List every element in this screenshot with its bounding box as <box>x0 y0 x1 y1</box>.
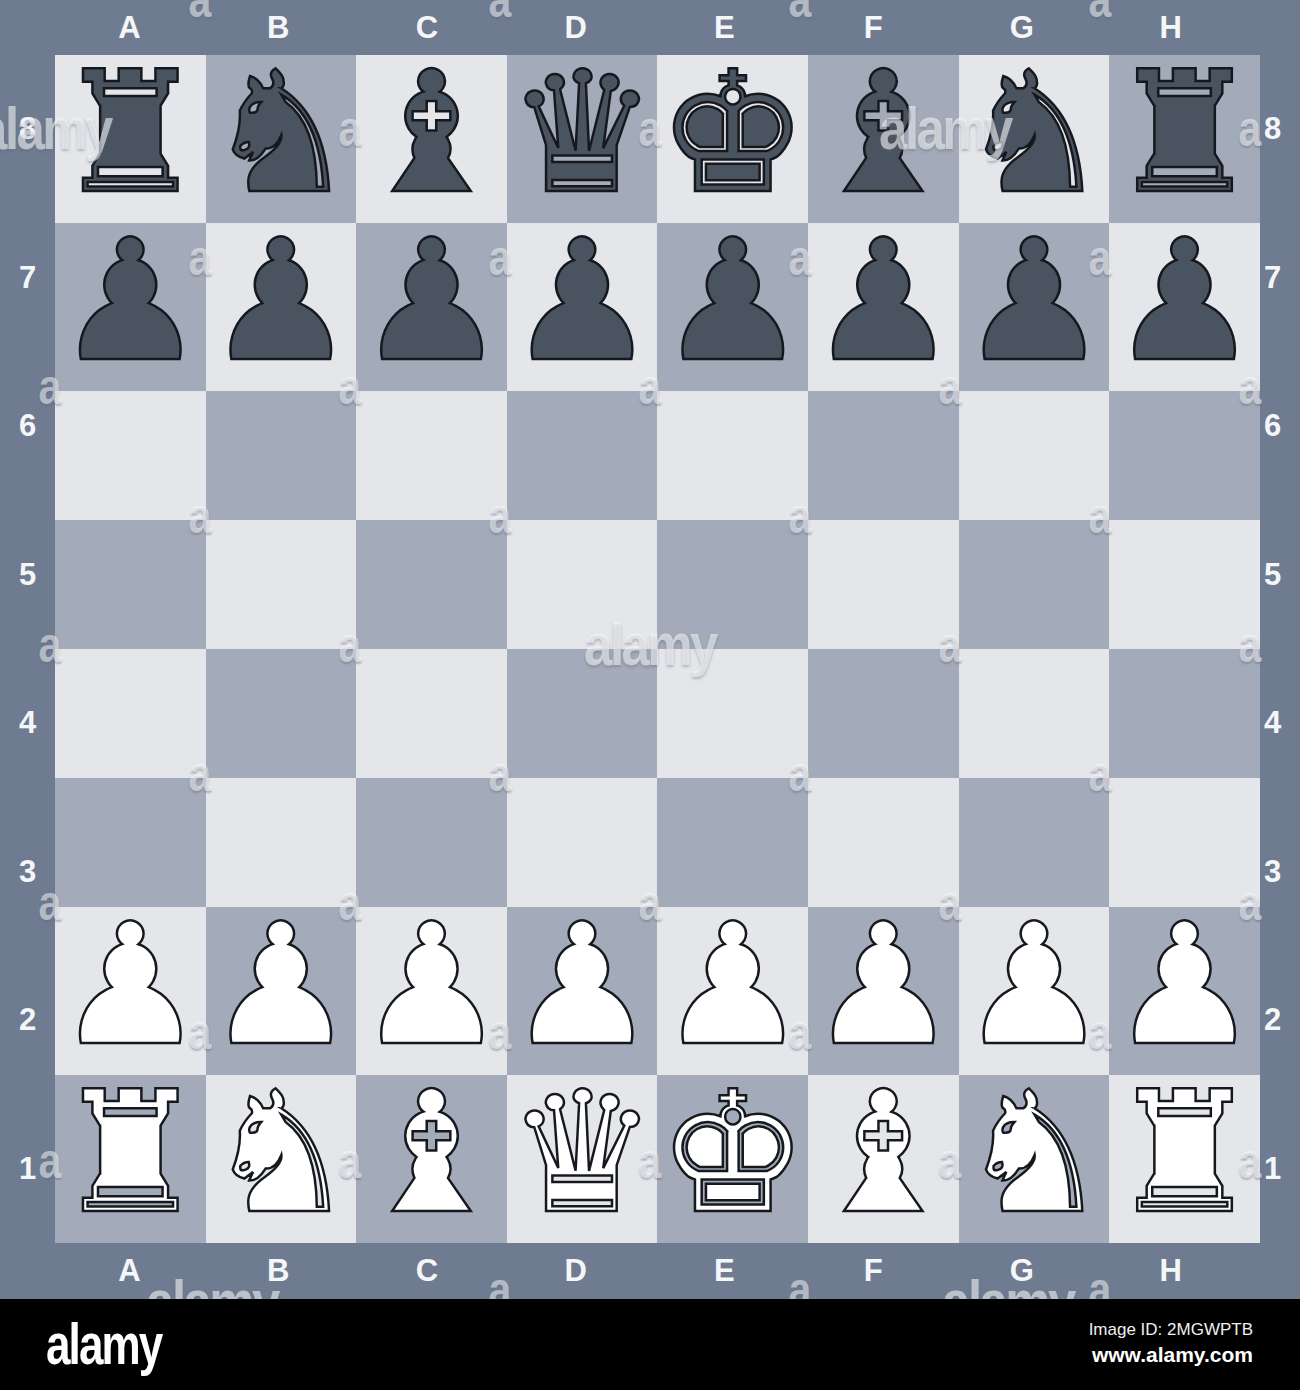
square-e2: ♟ <box>657 907 808 1075</box>
footer-bar: alamy Image ID: 2MGWPTB www.alamy.com <box>0 1299 1300 1390</box>
piece-black-pawn-g7: ♟ <box>959 217 1110 385</box>
piece-black-king-e8: ♚ <box>657 49 808 217</box>
alamy-logo: alamy <box>46 1314 161 1372</box>
square-c1: ♝ <box>356 1075 507 1243</box>
square-g7: ♟ <box>959 223 1110 391</box>
square-f4 <box>808 649 959 778</box>
square-b6 <box>206 391 357 520</box>
square-h2: ♟ <box>1109 907 1260 1075</box>
square-a8: ♜ <box>55 55 206 223</box>
piece-white-knight-b1: ♞ <box>206 1069 357 1237</box>
file-label-bottom-g: G <box>948 1243 1097 1299</box>
square-e5 <box>657 520 808 649</box>
square-f2: ♟ <box>808 907 959 1075</box>
square-g8: ♞ <box>959 55 1110 223</box>
square-c8: ♝ <box>356 55 507 223</box>
piece-black-pawn-a7: ♟ <box>55 217 206 385</box>
piece-black-pawn-c7: ♟ <box>356 217 507 385</box>
square-e6 <box>657 391 808 520</box>
square-f8: ♝ <box>808 55 959 223</box>
square-a1: ♜ <box>55 1075 206 1243</box>
file-label-bottom-f: F <box>799 1243 948 1299</box>
square-c4 <box>356 649 507 778</box>
piece-black-rook-h8: ♜ <box>1109 49 1260 217</box>
piece-white-bishop-f1: ♝ <box>808 1069 959 1237</box>
piece-black-pawn-d7: ♟ <box>507 217 658 385</box>
square-f6 <box>808 391 959 520</box>
rank-label-left-1: 1 <box>0 1095 55 1244</box>
square-b8: ♞ <box>206 55 357 223</box>
file-label-bottom-e: E <box>650 1243 799 1299</box>
piece-black-pawn-f7: ♟ <box>808 217 959 385</box>
square-e4 <box>657 649 808 778</box>
file-label-bottom-b: B <box>204 1243 353 1299</box>
piece-white-pawn-h2: ♟ <box>1109 901 1260 1069</box>
piece-white-pawn-d2: ♟ <box>507 901 658 1069</box>
square-h5 <box>1109 520 1260 649</box>
rank-labels-left: 87654321 <box>0 55 55 1243</box>
piece-white-knight-g1: ♞ <box>959 1069 1110 1237</box>
square-f7: ♟ <box>808 223 959 391</box>
square-a7: ♟ <box>55 223 206 391</box>
square-c2: ♟ <box>356 907 507 1075</box>
square-b1: ♞ <box>206 1075 357 1243</box>
square-a2: ♟ <box>55 907 206 1075</box>
file-label-bottom-c: C <box>353 1243 502 1299</box>
square-a5 <box>55 520 206 649</box>
rank-label-left-2: 2 <box>0 946 55 1095</box>
website-text: www.alamy.com <box>1089 1340 1253 1370</box>
square-h8: ♜ <box>1109 55 1260 223</box>
piece-black-queen-d8: ♛ <box>507 49 658 217</box>
square-g5 <box>959 520 1110 649</box>
chess-board-frame: ABCDEFGH ABCDEFGH 87654321 87654321 ♜♞♝♛… <box>0 0 1300 1299</box>
rank-label-left-8: 8 <box>0 55 55 204</box>
piece-white-rook-h1: ♜ <box>1109 1069 1260 1237</box>
rank-label-left-7: 7 <box>0 204 55 353</box>
image-id-text: Image ID: 2MGWPTB <box>1089 1319 1253 1340</box>
square-d7: ♟ <box>507 223 658 391</box>
square-e1: ♚ <box>657 1075 808 1243</box>
rank-label-left-4: 4 <box>0 649 55 798</box>
stock-image-chess-diagram: ABCDEFGH ABCDEFGH 87654321 87654321 ♜♞♝♛… <box>0 0 1300 1390</box>
piece-white-pawn-f2: ♟ <box>808 901 959 1069</box>
piece-white-queen-d1: ♛ <box>507 1069 658 1237</box>
piece-white-pawn-c2: ♟ <box>356 901 507 1069</box>
square-d4 <box>507 649 658 778</box>
piece-white-pawn-e2: ♟ <box>657 901 808 1069</box>
piece-black-pawn-b7: ♟ <box>206 217 357 385</box>
file-label-bottom-d: D <box>501 1243 650 1299</box>
square-b2: ♟ <box>206 907 357 1075</box>
square-b7: ♟ <box>206 223 357 391</box>
square-a4 <box>55 649 206 778</box>
square-c6 <box>356 391 507 520</box>
chess-board: ♜♞♝♛♚♝♞♜♟♟♟♟♟♟♟♟♟♟♟♟♟♟♟♟♜♞♝♛♚♝♞♜ <box>55 55 1245 1243</box>
piece-black-rook-a8: ♜ <box>55 49 206 217</box>
square-d6 <box>507 391 658 520</box>
piece-white-pawn-a2: ♟ <box>55 901 206 1069</box>
square-c5 <box>356 520 507 649</box>
square-a6 <box>55 391 206 520</box>
file-label-bottom-h: H <box>1096 1243 1245 1299</box>
square-h6 <box>1109 391 1260 520</box>
square-h1: ♜ <box>1109 1075 1260 1243</box>
rank-label-left-5: 5 <box>0 501 55 650</box>
square-g4 <box>959 649 1110 778</box>
square-g1: ♞ <box>959 1075 1110 1243</box>
file-labels-bottom: ABCDEFGH <box>55 1243 1245 1299</box>
square-e8: ♚ <box>657 55 808 223</box>
piece-white-pawn-g2: ♟ <box>959 901 1110 1069</box>
rank-label-left-6: 6 <box>0 352 55 501</box>
square-g2: ♟ <box>959 907 1110 1075</box>
square-b5 <box>206 520 357 649</box>
piece-black-bishop-c8: ♝ <box>356 49 507 217</box>
square-d5 <box>507 520 658 649</box>
piece-black-pawn-e7: ♟ <box>657 217 808 385</box>
square-d8: ♛ <box>507 55 658 223</box>
square-b4 <box>206 649 357 778</box>
rank-label-left-3: 3 <box>0 798 55 947</box>
piece-white-pawn-b2: ♟ <box>206 901 357 1069</box>
piece-black-pawn-h7: ♟ <box>1109 217 1260 385</box>
piece-black-bishop-f8: ♝ <box>808 49 959 217</box>
file-label-bottom-a: A <box>55 1243 204 1299</box>
square-c7: ♟ <box>356 223 507 391</box>
piece-black-knight-g8: ♞ <box>959 49 1110 217</box>
footer-info: Image ID: 2MGWPTB www.alamy.com <box>1089 1319 1253 1371</box>
piece-white-king-e1: ♚ <box>657 1069 808 1237</box>
square-g6 <box>959 391 1110 520</box>
piece-white-rook-a1: ♜ <box>55 1069 206 1237</box>
square-e7: ♟ <box>657 223 808 391</box>
piece-black-knight-b8: ♞ <box>206 49 357 217</box>
square-f1: ♝ <box>808 1075 959 1243</box>
square-h4 <box>1109 649 1260 778</box>
piece-white-bishop-c1: ♝ <box>356 1069 507 1237</box>
square-d1: ♛ <box>507 1075 658 1243</box>
square-f5 <box>808 520 959 649</box>
square-d2: ♟ <box>507 907 658 1075</box>
square-h7: ♟ <box>1109 223 1260 391</box>
